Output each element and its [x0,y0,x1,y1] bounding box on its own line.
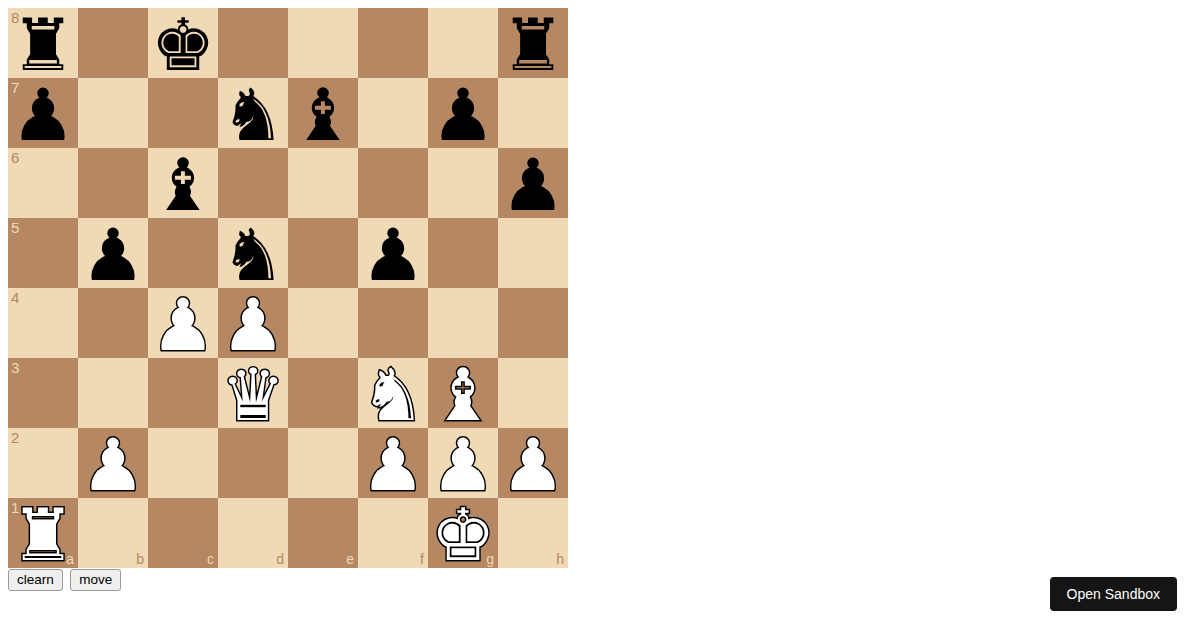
square-e2[interactable] [288,428,358,498]
piece-black-pawn[interactable]: ♟ [428,80,498,150]
piece-black-bishop[interactable]: ♝ [148,150,218,220]
file-label-e: e [346,551,354,567]
piece-black-knight[interactable]: ♞ [218,220,288,290]
board-controls: clearn move [8,569,1192,591]
piece-fill: ♜ [8,500,78,570]
square-h1[interactable]: h [498,498,568,568]
rank-label-3: 3 [11,359,19,376]
square-h6[interactable]: ♟ [498,148,568,218]
piece-white-rook[interactable]: ♜♜ [8,500,78,570]
square-b4[interactable] [78,288,148,358]
square-e4[interactable] [288,288,358,358]
square-e1[interactable]: e [288,498,358,568]
square-e7[interactable]: ♝ [288,78,358,148]
square-e6[interactable] [288,148,358,218]
square-e5[interactable] [288,218,358,288]
piece-white-knight[interactable]: ♞♞ [358,360,428,430]
piece-white-king[interactable]: ♚♚ [428,500,498,570]
square-d2[interactable] [218,428,288,498]
square-a4[interactable]: 4 [8,288,78,358]
square-a6[interactable]: 6 [8,148,78,218]
piece-black-pawn[interactable]: ♟ [498,150,568,220]
square-h7[interactable] [498,78,568,148]
square-f1[interactable]: f [358,498,428,568]
piece-fill: ♟ [358,430,428,500]
square-b6[interactable] [78,148,148,218]
piece-fill: ♚ [428,500,498,570]
piece-black-pawn[interactable]: ♟ [78,220,148,290]
square-b5[interactable]: ♟ [78,218,148,288]
file-label-f: f [420,551,424,567]
page: 8♜♚♜7♟♞♝♟6♝♟5♟♞♟4♟♟♟♟3♛♛♞♞♝♝2♟♟♟♟♟♟♟♟1a♜… [0,0,1200,599]
piece-black-rook[interactable]: ♜ [498,10,568,80]
square-a2[interactable]: 2 [8,428,78,498]
square-a1[interactable]: 1a♜♜ [8,498,78,568]
square-f3[interactable]: ♞♞ [358,358,428,428]
piece-black-knight[interactable]: ♞ [218,80,288,150]
piece-fill: ♝ [428,360,498,430]
square-c2[interactable] [148,428,218,498]
square-d5[interactable]: ♞ [218,218,288,288]
square-f4[interactable] [358,288,428,358]
piece-black-king[interactable]: ♚ [148,10,218,80]
square-d3[interactable]: ♛♛ [218,358,288,428]
piece-white-pawn[interactable]: ♟♟ [78,430,148,500]
square-e3[interactable] [288,358,358,428]
square-b8[interactable] [78,8,148,78]
square-g6[interactable] [428,148,498,218]
square-g8[interactable] [428,8,498,78]
piece-fill: ♛ [218,360,288,430]
square-g3[interactable]: ♝♝ [428,358,498,428]
square-c8[interactable]: ♚ [148,8,218,78]
rank-label-4: 4 [11,289,19,306]
square-f2[interactable]: ♟♟ [358,428,428,498]
piece-black-bishop[interactable]: ♝ [288,80,358,150]
square-c4[interactable]: ♟♟ [148,288,218,358]
square-b3[interactable] [78,358,148,428]
square-c3[interactable] [148,358,218,428]
chess-board[interactable]: 8♜♚♜7♟♞♝♟6♝♟5♟♞♟4♟♟♟♟3♛♛♞♞♝♝2♟♟♟♟♟♟♟♟1a♜… [8,8,568,568]
square-e8[interactable] [288,8,358,78]
piece-fill: ♟ [78,430,148,500]
square-b1[interactable]: b [78,498,148,568]
square-h2[interactable]: ♟♟ [498,428,568,498]
square-d6[interactable] [218,148,288,218]
square-h5[interactable] [498,218,568,288]
rank-label-2: 2 [11,429,19,446]
file-label-h: h [556,551,564,567]
square-d7[interactable]: ♞ [218,78,288,148]
square-f7[interactable] [358,78,428,148]
square-f6[interactable] [358,148,428,218]
square-f8[interactable] [358,8,428,78]
square-h4[interactable] [498,288,568,358]
square-d1[interactable]: d [218,498,288,568]
piece-white-bishop[interactable]: ♝♝ [428,360,498,430]
file-label-d: d [276,551,284,567]
file-label-c: c [207,551,214,567]
square-h3[interactable] [498,358,568,428]
square-a3[interactable]: 3 [8,358,78,428]
rank-label-6: 6 [11,149,19,166]
square-a5[interactable]: 5 [8,218,78,288]
piece-black-pawn[interactable]: ♟ [8,80,78,150]
square-g4[interactable] [428,288,498,358]
square-c5[interactable] [148,218,218,288]
piece-white-pawn[interactable]: ♟♟ [428,430,498,500]
piece-fill: ♞ [358,360,428,430]
move-button[interactable]: move [70,569,121,591]
square-b2[interactable]: ♟♟ [78,428,148,498]
square-b7[interactable] [78,78,148,148]
piece-white-pawn[interactable]: ♟♟ [358,430,428,500]
piece-fill: ♟ [498,430,568,500]
file-label-b: b [136,551,144,567]
rank-label-5: 5 [11,219,19,236]
square-g7[interactable]: ♟ [428,78,498,148]
piece-fill: ♟ [428,430,498,500]
piece-white-pawn[interactable]: ♟♟ [498,430,568,500]
open-sandbox-button[interactable]: Open Sandbox [1050,577,1177,611]
square-a8[interactable]: 8♜ [8,8,78,78]
square-d8[interactable] [218,8,288,78]
square-f5[interactable]: ♟ [358,218,428,288]
piece-fill: ♟ [148,290,218,360]
piece-white-pawn[interactable]: ♟♟ [148,290,218,360]
square-c6[interactable]: ♝ [148,148,218,218]
piece-white-queen[interactable]: ♛♛ [218,360,288,430]
square-c7[interactable] [148,78,218,148]
square-g5[interactable] [428,218,498,288]
square-g1[interactable]: g♚♚ [428,498,498,568]
square-a7[interactable]: 7♟ [8,78,78,148]
square-g2[interactable]: ♟♟ [428,428,498,498]
piece-black-pawn[interactable]: ♟ [358,220,428,290]
square-d4[interactable]: ♟♟ [218,288,288,358]
square-c1[interactable]: c [148,498,218,568]
piece-black-rook[interactable]: ♜ [8,10,78,80]
piece-fill: ♟ [218,290,288,360]
square-h8[interactable]: ♜ [498,8,568,78]
piece-white-pawn[interactable]: ♟♟ [218,290,288,360]
